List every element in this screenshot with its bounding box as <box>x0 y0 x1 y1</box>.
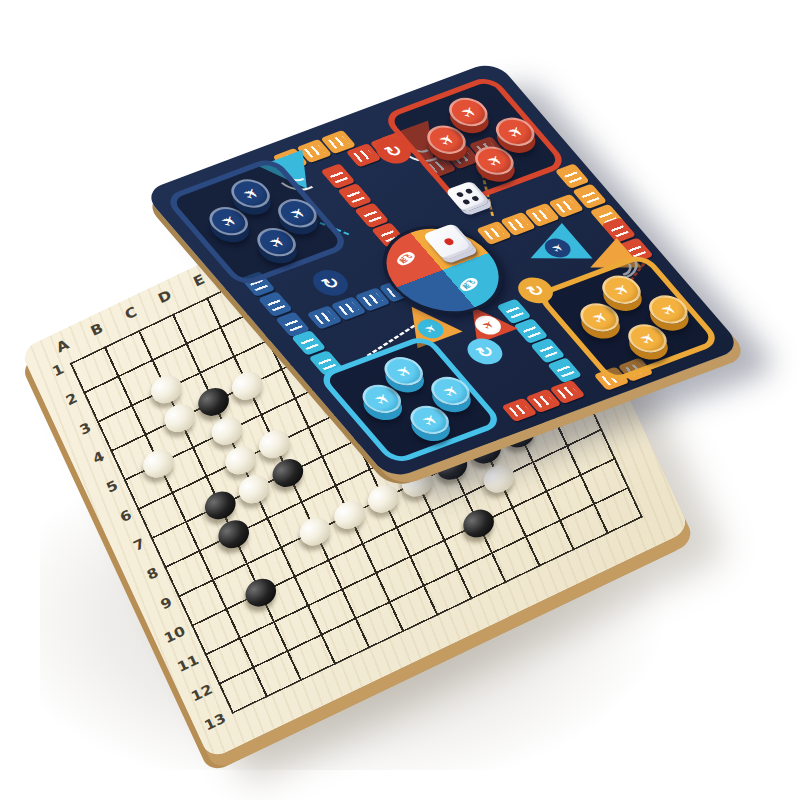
go-row-label-12: 12 <box>181 681 214 708</box>
arm-cell-3-3 <box>547 357 582 383</box>
plane-piece-yellow-1: ✈ <box>573 299 627 337</box>
plane-piece-yellow-4: ✈ <box>641 291 695 329</box>
plane-icon: ✈ <box>587 309 612 326</box>
go-row-label-6: 6 <box>101 506 134 533</box>
go-row-label-10: 10 <box>154 622 187 649</box>
die-2-pip-1 <box>443 237 456 246</box>
plane-icon: ✈ <box>216 213 241 230</box>
plane-piece-red-1: ✈ <box>420 121 474 159</box>
plane-piece-cyan-1: ✈ <box>355 380 409 418</box>
plane-icon: ✈ <box>479 319 498 332</box>
plane-piece-navy-1: ✈ <box>202 202 256 240</box>
plane-piece-cyan-4: ✈ <box>424 372 478 410</box>
turn-arrow-circle-navy: ↻ <box>306 266 355 300</box>
plane-icon: ✈ <box>548 242 567 255</box>
plane-piece-navy-3: ✈ <box>250 223 304 261</box>
go-col-label-D: D <box>148 283 181 310</box>
plane-icon: ✈ <box>434 131 459 148</box>
plane-piece-red-3: ✈ <box>467 142 521 180</box>
plane-icon: ✈ <box>656 301 681 318</box>
plane-icon: ✈ <box>391 363 416 380</box>
go-row-label-3: 3 <box>60 419 93 446</box>
go-row-label-7: 7 <box>114 535 147 562</box>
die-1-pip-3 <box>462 199 471 205</box>
die-1-pip-4 <box>471 196 480 202</box>
go-row-label-11: 11 <box>168 652 201 679</box>
plane-piece-red-4: ✈ <box>488 113 542 151</box>
turn-arrow-icon: ↻ <box>317 273 344 294</box>
plane-icon: ✈ <box>503 123 528 140</box>
plane-icon: ✈ <box>417 412 442 429</box>
plane-icon: ✈ <box>264 234 289 251</box>
go-row-label-1: 1 <box>33 361 66 388</box>
turn-arrow-icon: ↻ <box>522 280 549 301</box>
die-1-pip-1 <box>455 191 464 197</box>
plane-piece-yellow-3: ✈ <box>621 320 675 358</box>
plane-icon: ✈ <box>421 322 440 335</box>
scene: ABCDEFGHIJKLM 12345678910111213 ✈✈✈ 起飞起飞… <box>0 0 800 800</box>
plane-icon: ✈ <box>285 205 310 222</box>
plane-icon: ✈ <box>609 281 634 298</box>
go-row-label-4: 4 <box>74 448 107 475</box>
die-1-pip-2 <box>465 188 474 194</box>
go-row-label-5: 5 <box>87 477 120 504</box>
go-row-label-2: 2 <box>47 390 80 417</box>
go-col-label-A: A <box>46 332 79 359</box>
plane-icon: ✈ <box>238 185 263 202</box>
plane-icon: ✈ <box>482 152 507 169</box>
plane-piece-cyan-3: ✈ <box>403 401 457 439</box>
turn-arrow-icon: ↻ <box>380 140 407 161</box>
go-row-label-8: 8 <box>127 564 160 591</box>
plane-icon: ✈ <box>369 391 394 408</box>
go-col-label-B: B <box>80 316 113 343</box>
go-col-label-C: C <box>114 300 147 327</box>
plane-icon: ✈ <box>438 383 463 400</box>
go-row-label-9: 9 <box>141 593 174 620</box>
turn-arrow-circle-cyan: ↻ <box>461 334 510 368</box>
turn-arrow-icon: ↻ <box>471 341 498 362</box>
plane-piece-navy-4: ✈ <box>271 195 325 233</box>
plane-icon: ✈ <box>456 104 481 121</box>
plane-icon: ✈ <box>635 330 660 347</box>
go-row-label-13: 13 <box>195 710 228 737</box>
